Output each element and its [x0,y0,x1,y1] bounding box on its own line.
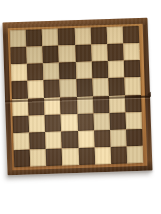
square-f6 [91,61,108,79]
square-d5 [60,79,77,97]
square-h7 [123,43,140,61]
square-e3 [77,113,94,131]
square-e1 [78,147,95,165]
square-d6 [59,62,76,80]
square-e5 [76,79,93,97]
square-f7 [91,44,108,62]
square-b7 [26,46,43,64]
square-f1 [94,147,111,165]
square-h5 [124,77,141,95]
square-c5 [44,80,61,98]
square-d1 [62,148,79,166]
square-c7 [43,46,60,64]
square-g3 [109,112,126,130]
square-d2 [62,131,79,149]
square-f2 [94,130,111,148]
square-h6 [124,60,141,78]
square-d7 [59,45,76,63]
square-c2 [45,131,62,149]
square-e2 [78,130,95,148]
square-b1 [30,149,47,167]
square-d8 [58,28,75,46]
chessboard [3,18,153,176]
square-b6 [27,63,44,81]
square-a1 [14,149,31,167]
square-b5 [28,80,45,98]
square-c3 [45,114,62,132]
square-a6 [11,64,28,82]
square-h3 [125,112,142,130]
photo-background [0,0,161,214]
square-b8 [26,29,43,47]
square-g8 [106,26,123,44]
square-b3 [29,115,46,133]
square-g1 [110,146,127,164]
square-a2 [13,132,30,150]
square-c8 [42,29,59,47]
square-c1 [46,148,63,166]
square-a5 [11,81,28,99]
square-h1 [127,146,144,164]
square-f5 [92,78,109,96]
square-b2 [29,132,46,150]
square-h2 [126,129,143,147]
square-c6 [43,63,60,81]
square-e6 [75,62,92,80]
square-a3 [13,115,30,133]
square-g7 [107,44,124,62]
square-g5 [108,78,125,96]
square-a8 [10,30,27,48]
square-d3 [61,114,78,132]
square-g2 [110,129,127,147]
square-e8 [74,28,91,46]
square-g6 [108,61,125,79]
square-f3 [93,113,110,131]
square-h8 [123,26,140,44]
square-a7 [10,47,27,65]
square-e7 [75,45,92,63]
square-f8 [90,27,107,45]
